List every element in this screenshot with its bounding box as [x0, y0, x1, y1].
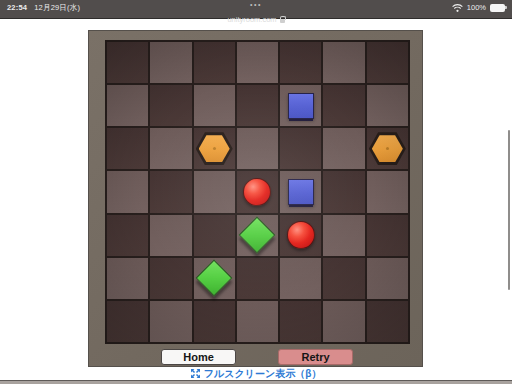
board-cell-r7c1[interactable]: [107, 301, 148, 342]
board-cell-r6c5[interactable]: [280, 258, 321, 299]
board-cell-r7c4[interactable]: [237, 301, 278, 342]
page-scrollbar[interactable]: [508, 130, 511, 290]
board-cell-r2c5[interactable]: [280, 85, 321, 126]
url-text[interactable]: unityroom.com: [227, 15, 276, 24]
green-diamond-piece[interactable]: [196, 260, 233, 297]
board-cell-r7c6[interactable]: [323, 301, 364, 342]
board-cell-r3c4[interactable]: [237, 128, 278, 169]
red-circle-piece[interactable]: [287, 221, 315, 249]
board-cell-r3c7[interactable]: [367, 128, 408, 169]
page-section-divider: [0, 380, 512, 384]
board-cell-r3c1[interactable]: [107, 128, 148, 169]
blue-square-piece[interactable]: [288, 93, 314, 119]
board-cell-r5c6[interactable]: [323, 215, 364, 256]
retry-button[interactable]: Retry: [278, 349, 353, 365]
hexagon-face: [372, 135, 403, 162]
game-board: [105, 40, 410, 344]
board-cell-r7c2[interactable]: [150, 301, 191, 342]
battery-percent-text: 100%: [467, 3, 486, 12]
board-cell-r2c7[interactable]: [367, 85, 408, 126]
board-cell-r2c4[interactable]: [237, 85, 278, 126]
ipad-safari-screen: 22:54 12月29日(水) ••• unityroom.com 100%: [0, 0, 512, 384]
board-cell-r2c1[interactable]: [107, 85, 148, 126]
board-cell-r5c7[interactable]: [367, 215, 408, 256]
board-cell-r4c3[interactable]: [194, 171, 235, 212]
orange-hexagon-piece[interactable]: [369, 132, 406, 165]
board-cell-r6c4[interactable]: [237, 258, 278, 299]
address-bar[interactable]: ••• unityroom.com: [0, 0, 512, 26]
game-canvas: Home Retry: [88, 30, 423, 367]
board-cell-r4c7[interactable]: [367, 171, 408, 212]
board-cell-r1c4[interactable]: [237, 42, 278, 83]
fullscreen-label: フルスクリーン表示（β）: [204, 367, 322, 381]
orange-hexagon-piece[interactable]: [196, 132, 233, 165]
board-cell-r7c7[interactable]: [367, 301, 408, 342]
fullscreen-icon: [191, 369, 200, 378]
board-cell-r4c1[interactable]: [107, 171, 148, 212]
board-cell-r4c4[interactable]: [237, 171, 278, 212]
fullscreen-link[interactable]: フルスクリーン表示（β）: [0, 367, 512, 380]
board-cell-r3c2[interactable]: [150, 128, 191, 169]
hexagon-face: [199, 135, 230, 162]
board-cell-r5c3[interactable]: [194, 215, 235, 256]
board-cell-r1c1[interactable]: [107, 42, 148, 83]
wifi-icon: [452, 4, 463, 12]
board-cell-r3c6[interactable]: [323, 128, 364, 169]
green-diamond-piece[interactable]: [239, 217, 276, 254]
status-right: 100%: [452, 3, 507, 12]
lock-icon: [280, 19, 285, 23]
board-cell-r7c3[interactable]: [194, 301, 235, 342]
red-circle-piece[interactable]: [243, 178, 271, 206]
board-cell-r5c1[interactable]: [107, 215, 148, 256]
board-cell-r5c2[interactable]: [150, 215, 191, 256]
board-cell-r4c2[interactable]: [150, 171, 191, 212]
board-cell-r3c3[interactable]: [194, 128, 235, 169]
board-cell-r6c1[interactable]: [107, 258, 148, 299]
battery-icon: [490, 4, 507, 12]
board-cell-r6c6[interactable]: [323, 258, 364, 299]
board-cell-r1c2[interactable]: [150, 42, 191, 83]
board-cell-r5c4[interactable]: [237, 215, 278, 256]
status-bar: 22:54 12月29日(水) ••• unityroom.com 100%: [0, 0, 512, 19]
board-cell-r2c6[interactable]: [323, 85, 364, 126]
home-button[interactable]: Home: [161, 349, 236, 365]
board-cell-r6c7[interactable]: [367, 258, 408, 299]
board-cell-r6c3[interactable]: [194, 258, 235, 299]
board-cell-r1c5[interactable]: [280, 42, 321, 83]
board-cell-r1c3[interactable]: [194, 42, 235, 83]
board-cell-r4c5[interactable]: [280, 171, 321, 212]
board-cell-r1c6[interactable]: [323, 42, 364, 83]
board-cell-r1c7[interactable]: [367, 42, 408, 83]
board-cell-r4c6[interactable]: [323, 171, 364, 212]
board-cell-r2c2[interactable]: [150, 85, 191, 126]
board-cell-r3c5[interactable]: [280, 128, 321, 169]
board-cell-r6c2[interactable]: [150, 258, 191, 299]
board-cell-r2c3[interactable]: [194, 85, 235, 126]
board-cell-r5c5[interactable]: [280, 215, 321, 256]
blue-square-piece[interactable]: [288, 179, 314, 205]
board-cell-r7c5[interactable]: [280, 301, 321, 342]
tabs-menu-dots[interactable]: •••: [0, 2, 512, 8]
